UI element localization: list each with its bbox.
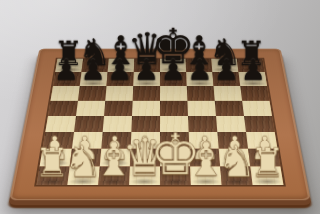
- chessboard: ♜♞♝♛♚♝♞♜♟♟♟♟♟♟♟♟♟♟♟♟♟♟♟♟♜♞♝♛♚♝♞♜: [9, 49, 310, 201]
- square-f6[interactable]: [187, 86, 215, 101]
- square-g6[interactable]: [214, 86, 243, 101]
- square-c5[interactable]: [104, 101, 133, 116]
- square-a5[interactable]: [48, 101, 78, 116]
- scene: ♜♞♝♛♚♝♞♜♟♟♟♟♟♟♟♟♟♟♟♟♟♟♟♟♜♞♝♛♚♝♞♜: [0, 0, 320, 214]
- square-f5[interactable]: [187, 101, 216, 116]
- board-grid: ♜♞♝♛♚♝♞♜♟♟♟♟♟♟♟♟♟♟♟♟♟♟♟♟♜♞♝♛♚♝♞♜: [37, 59, 284, 185]
- square-h7[interactable]: ♟: [239, 72, 267, 86]
- square-c6[interactable]: [105, 86, 133, 101]
- square-a6[interactable]: [51, 86, 80, 101]
- table-surface: ♜♞♝♛♚♝♞♜♟♟♟♟♟♟♟♟♟♟♟♟♟♟♟♟♜♞♝♛♚♝♞♜: [0, 0, 320, 214]
- piece-white-rook[interactable]: ♜: [233, 143, 303, 183]
- square-g5[interactable]: [215, 101, 244, 116]
- square-b5[interactable]: [76, 101, 105, 116]
- piece-black-pawn[interactable]: ♟: [223, 56, 284, 85]
- square-b6[interactable]: [78, 86, 107, 101]
- square-d5[interactable]: [132, 101, 160, 116]
- square-e5[interactable]: [160, 101, 188, 116]
- square-h1[interactable]: ♜: [250, 166, 283, 185]
- square-h5[interactable]: [242, 101, 272, 116]
- square-d6[interactable]: [133, 86, 160, 101]
- square-h6[interactable]: [240, 86, 269, 101]
- square-e6[interactable]: [160, 86, 187, 101]
